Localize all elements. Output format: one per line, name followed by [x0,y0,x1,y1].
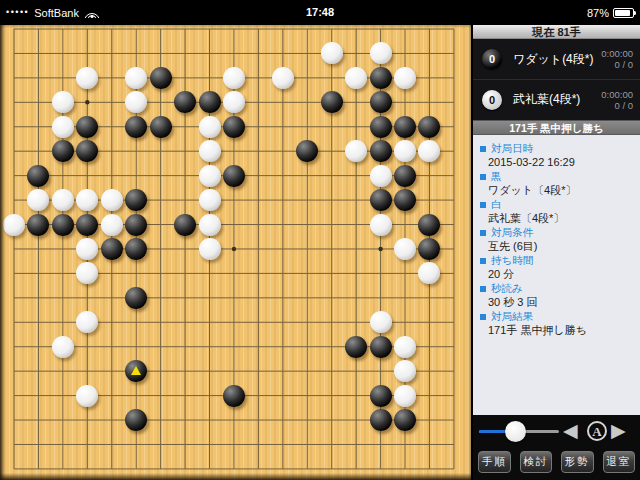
stone-black [394,116,416,138]
stone-white [3,214,25,236]
stone-white [199,165,221,187]
info-value: 30 秒 3 回 [473,295,640,309]
stone-black [418,238,440,260]
stone-black [321,91,343,113]
stone-black [370,385,392,407]
bullet-square-icon [480,146,486,152]
bullet-square-icon [480,202,486,208]
stone-white [125,67,147,89]
info-value: 171手 黒中押し勝ち [473,323,640,337]
info-label: 対局結果 [473,309,640,323]
leave-room-button[interactable]: 退室 [603,451,636,473]
stone-black [76,214,98,236]
player-clock: 0:00:000 / 0 [601,89,633,111]
stone-white [321,42,343,64]
stone-black [76,140,98,162]
stone-black [296,140,318,162]
app-screen: ••••• SoftBank 17:48 87% 現在 81手 0ワダット(4段… [0,0,640,480]
stone-black [370,91,392,113]
stone-white [76,67,98,89]
info-row: 対局条件互先 (6目) [473,225,640,253]
info-row: 黒ワダット〔4段*〕 [473,169,640,197]
stone-white [199,189,221,211]
player-name: 武礼葉(4段*) [513,91,601,108]
stone-white [223,67,245,89]
player-clock: 0:00:000 / 0 [601,48,633,70]
review-button[interactable]: 検討 [520,451,553,473]
stone-white [199,116,221,138]
stone-black [125,116,147,138]
action-buttons: 手順検討形勢退室 [473,451,640,475]
stones-layer [2,25,466,480]
stone-white [418,140,440,162]
player-row-white: 0武礼葉(4段*)0:00:000 / 0 [473,79,640,119]
info-value: 武礼葉〔4段*〕 [473,211,640,225]
stone-white [272,67,294,89]
slider-knob[interactable] [505,421,526,442]
stone-white [101,214,123,236]
stone-black [125,360,147,382]
stone-white [76,189,98,211]
stone-black [418,116,440,138]
info-row: 対局結果171手 黒中押し勝ち [473,309,640,337]
info-row: 対局日時2015-03-22 16:29 [473,141,640,169]
stone-white [76,262,98,284]
player-list: 0ワダット(4段*)0:00:000 / 00武礼葉(4段*)0:00:000 … [473,39,640,120]
capture-badge-black: 0 [482,49,502,69]
result-bar: 171手 黒中押し勝ち [473,120,640,135]
stone-black [52,214,74,236]
capture-badge-white: 0 [482,90,502,110]
info-label: 対局日時 [473,141,640,155]
stone-black [370,140,392,162]
stone-white [199,238,221,260]
stone-white [394,336,416,358]
stone-black [150,116,172,138]
info-label: 対局条件 [473,225,640,239]
info-label: 黒 [473,169,640,183]
stone-white [394,385,416,407]
last-move-triangle-icon [131,366,141,375]
bullet-square-icon [480,230,486,236]
stone-white [418,262,440,284]
stone-white [125,91,147,113]
stone-white [52,189,74,211]
stone-white [199,140,221,162]
playback-controls: ◀ A ▶ 手順検討形勢退室 [473,415,640,480]
info-label: 持ち時間 [473,253,640,267]
auto-play-button[interactable]: A [587,421,607,441]
stone-black [223,385,245,407]
stone-black [370,336,392,358]
stone-white [27,189,49,211]
stone-white [394,238,416,260]
move-counter-header: 現在 81手 [473,25,640,39]
stone-white [370,42,392,64]
stone-black [370,67,392,89]
stone-black [418,214,440,236]
bullet-square-icon [480,314,486,320]
stone-white [345,140,367,162]
stone-white [394,140,416,162]
move-slider[interactable] [479,421,559,442]
stone-black [125,238,147,260]
bullet-square-icon [480,286,486,292]
stone-black [199,91,221,113]
stone-black [394,189,416,211]
info-value: 20 分 [473,267,640,281]
evaluation-button[interactable]: 形勢 [561,451,594,473]
info-value: 互先 (6目) [473,239,640,253]
stone-white [52,116,74,138]
info-row: 秒読み30 秒 3 回 [473,281,640,309]
prev-move-button[interactable]: ◀ [563,418,578,444]
bullet-square-icon [480,258,486,264]
sequence-button[interactable]: 手順 [478,451,511,473]
stone-white [52,336,74,358]
stone-black [76,116,98,138]
info-row: 白武礼葉〔4段*〕 [473,197,640,225]
info-value: ワダット〔4段*〕 [473,183,640,197]
battery-percent-label: 87% [587,7,609,19]
stone-white [394,67,416,89]
battery-icon [613,8,634,18]
stone-black [125,287,147,309]
status-clock: 17:48 [0,0,640,25]
stone-black [125,189,147,211]
stone-white [345,67,367,89]
stone-white [101,189,123,211]
stone-black [27,165,49,187]
stone-black [223,116,245,138]
go-board[interactable] [0,25,471,480]
stone-black [370,116,392,138]
stone-black [223,165,245,187]
stone-white [76,238,98,260]
stone-black [370,189,392,211]
info-value: 2015-03-22 16:29 [473,155,640,169]
info-label: 白 [473,197,640,211]
stone-white [370,311,392,333]
side-panel: 現在 81手 0ワダット(4段*)0:00:000 / 00武礼葉(4段*)0:… [471,25,640,480]
next-move-button[interactable]: ▶ [611,418,626,444]
stone-white [52,91,74,113]
info-row: 持ち時間20 分 [473,253,640,281]
stone-white [370,214,392,236]
stone-white [394,360,416,382]
stone-white [199,214,221,236]
status-bar: ••••• SoftBank 17:48 87% [0,0,640,25]
player-name: ワダット(4段*) [513,51,601,68]
info-label: 秒読み [473,281,640,295]
stone-white [76,385,98,407]
stone-black [345,336,367,358]
stone-black [125,409,147,431]
stone-black [150,67,172,89]
stone-black [101,238,123,260]
stone-white [76,311,98,333]
stone-black [370,409,392,431]
stone-white [223,91,245,113]
game-info-list: 対局日時2015-03-22 16:29黒ワダット〔4段*〕白武礼葉〔4段*〕対… [473,136,640,415]
stone-black [52,140,74,162]
player-row-black: 0ワダット(4段*)0:00:000 / 0 [473,39,640,79]
stone-black [394,409,416,431]
stone-white [370,165,392,187]
stone-black [174,91,196,113]
stone-black [174,214,196,236]
bullet-square-icon [480,174,486,180]
stone-black [125,214,147,236]
stone-black [394,165,416,187]
stone-black [27,214,49,236]
